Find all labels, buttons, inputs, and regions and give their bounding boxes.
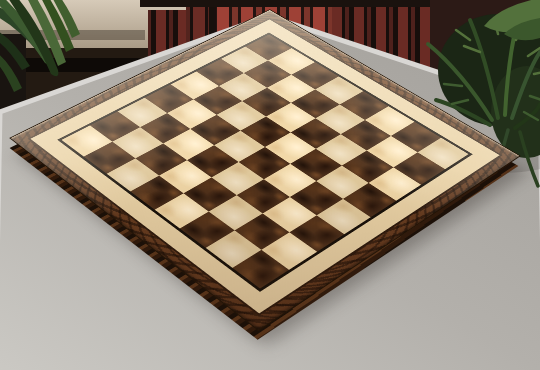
top-dark-strip bbox=[140, 0, 440, 7]
product-photo-scene bbox=[0, 0, 540, 370]
